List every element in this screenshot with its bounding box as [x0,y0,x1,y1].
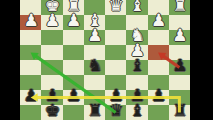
square-b3[interactable] [148,30,169,45]
thumbnail-stage: ♜♝♛♜♚♟♝♟♟♟♟♞♟♟♟♝♞♟♟♟♟♟♟♜♝♛♜♚ [0,0,213,120]
square-h7[interactable] [20,90,41,105]
square-g8[interactable] [41,105,62,120]
letterbox-right-bar [190,0,213,120]
square-b4[interactable] [148,45,169,60]
square-c1[interactable] [126,0,147,15]
square-a3[interactable] [169,30,190,45]
square-a4[interactable] [169,45,190,60]
square-e4[interactable] [84,45,105,60]
square-h4[interactable] [20,45,41,60]
square-a2[interactable] [169,15,190,30]
square-e3[interactable] [84,30,105,45]
square-d7[interactable] [105,90,126,105]
square-b2[interactable] [148,15,169,30]
square-e2[interactable] [84,15,105,30]
square-h2[interactable] [20,15,41,30]
square-f7[interactable] [63,90,84,105]
square-f3[interactable] [63,30,84,45]
square-f4[interactable] [63,45,84,60]
square-d8[interactable] [105,105,126,120]
square-a5[interactable] [169,60,190,75]
square-b7[interactable] [148,90,169,105]
square-b1[interactable] [148,0,169,15]
square-b5[interactable] [148,60,169,75]
square-f6[interactable] [63,75,84,90]
square-c7[interactable] [126,90,147,105]
square-a8[interactable] [169,105,190,120]
square-e7[interactable] [84,90,105,105]
square-d4[interactable] [105,45,126,60]
square-b8[interactable] [148,105,169,120]
square-e6[interactable] [84,75,105,90]
square-f8[interactable] [63,105,84,120]
square-h1[interactable] [20,0,41,15]
square-c6[interactable] [126,75,147,90]
square-g7[interactable] [41,90,62,105]
square-g1[interactable] [41,0,62,15]
square-d1[interactable] [105,0,126,15]
square-h6[interactable] [20,75,41,90]
square-e8[interactable] [84,105,105,120]
square-d6[interactable] [105,75,126,90]
square-c3[interactable] [126,30,147,45]
square-e5[interactable] [84,60,105,75]
square-f5[interactable] [63,60,84,75]
square-h8[interactable] [20,105,41,120]
square-d2[interactable] [105,15,126,30]
square-f1[interactable] [63,0,84,15]
square-h3[interactable] [20,30,41,45]
square-c8[interactable] [126,105,147,120]
square-h5[interactable] [20,60,41,75]
square-c4[interactable] [126,45,147,60]
square-c2[interactable] [126,15,147,30]
chess-board[interactable]: ♜♝♛♜♚♟♝♟♟♟♟♞♟♟♟♝♞♟♟♟♟♟♟♜♝♛♜♚ [20,0,190,120]
square-a6[interactable] [169,75,190,90]
square-g2[interactable] [41,15,62,30]
square-c5[interactable] [126,60,147,75]
letterbox-left-bar [0,0,20,120]
square-e1[interactable] [84,0,105,15]
square-b6[interactable] [148,75,169,90]
square-f2[interactable] [63,15,84,30]
square-a7[interactable] [169,90,190,105]
square-d5[interactable] [105,60,126,75]
square-d3[interactable] [105,30,126,45]
square-g6[interactable] [41,75,62,90]
square-a1[interactable] [169,0,190,15]
square-g4[interactable] [41,45,62,60]
square-g5[interactable] [41,60,62,75]
square-g3[interactable] [41,30,62,45]
